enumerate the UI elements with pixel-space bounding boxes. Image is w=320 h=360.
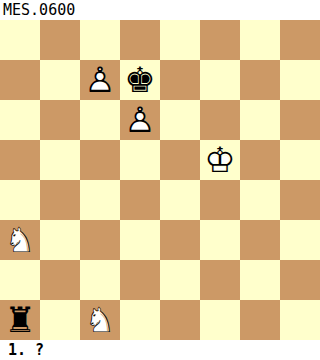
square-d1[interactable] <box>120 300 160 340</box>
square-b2[interactable] <box>40 260 80 300</box>
square-a5[interactable] <box>0 140 40 180</box>
square-e5[interactable] <box>160 140 200 180</box>
square-h8[interactable] <box>280 20 320 60</box>
square-e1[interactable] <box>160 300 200 340</box>
square-a1[interactable]: ♜ <box>0 300 40 340</box>
square-d4[interactable] <box>120 180 160 220</box>
white-knight[interactable]: ♘ <box>0 220 40 260</box>
square-b4[interactable] <box>40 180 80 220</box>
white-pawn[interactable]: ♙ <box>120 100 160 140</box>
chess-board: ♟♙♚♟♙♚♔♞♘♜♞♘ <box>0 20 320 340</box>
square-d8[interactable] <box>120 20 160 60</box>
square-h6[interactable] <box>280 100 320 140</box>
square-c1[interactable]: ♞♘ <box>80 300 120 340</box>
square-c4[interactable] <box>80 180 120 220</box>
square-a4[interactable] <box>0 180 40 220</box>
page-title: MES.0600 <box>3 1 75 19</box>
square-b7[interactable] <box>40 60 80 100</box>
square-c6[interactable] <box>80 100 120 140</box>
square-d2[interactable] <box>120 260 160 300</box>
square-h3[interactable] <box>280 220 320 260</box>
square-g5[interactable] <box>240 140 280 180</box>
square-f2[interactable] <box>200 260 240 300</box>
square-d3[interactable] <box>120 220 160 260</box>
white-knight-fill: ♞ <box>80 300 120 340</box>
square-f4[interactable] <box>200 180 240 220</box>
square-e3[interactable] <box>160 220 200 260</box>
square-g8[interactable] <box>240 20 280 60</box>
white-king[interactable]: ♔ <box>200 140 240 180</box>
black-rook[interactable]: ♜ <box>0 300 40 340</box>
square-h2[interactable] <box>280 260 320 300</box>
square-e6[interactable] <box>160 100 200 140</box>
square-f3[interactable] <box>200 220 240 260</box>
square-e7[interactable] <box>160 60 200 100</box>
square-a8[interactable] <box>0 20 40 60</box>
square-h7[interactable] <box>280 60 320 100</box>
square-g6[interactable] <box>240 100 280 140</box>
square-a7[interactable] <box>0 60 40 100</box>
square-d5[interactable] <box>120 140 160 180</box>
square-c8[interactable] <box>80 20 120 60</box>
white-pawn-fill: ♟ <box>80 60 120 100</box>
square-c2[interactable] <box>80 260 120 300</box>
square-g3[interactable] <box>240 220 280 260</box>
white-pawn[interactable]: ♙ <box>80 60 120 100</box>
square-f7[interactable] <box>200 60 240 100</box>
square-a3[interactable]: ♞♘ <box>0 220 40 260</box>
white-pawn-fill: ♟ <box>120 100 160 140</box>
square-g2[interactable] <box>240 260 280 300</box>
square-f1[interactable] <box>200 300 240 340</box>
square-a6[interactable] <box>0 100 40 140</box>
square-b3[interactable] <box>40 220 80 260</box>
square-h1[interactable] <box>280 300 320 340</box>
square-e4[interactable] <box>160 180 200 220</box>
square-h5[interactable] <box>280 140 320 180</box>
square-h4[interactable] <box>280 180 320 220</box>
square-d7[interactable]: ♚ <box>120 60 160 100</box>
square-a2[interactable] <box>0 260 40 300</box>
white-knight[interactable]: ♘ <box>80 300 120 340</box>
square-b5[interactable] <box>40 140 80 180</box>
header-bar: MES.0600 <box>0 0 320 20</box>
square-f8[interactable] <box>200 20 240 60</box>
square-f5[interactable]: ♚♔ <box>200 140 240 180</box>
square-g1[interactable] <box>240 300 280 340</box>
square-d6[interactable]: ♟♙ <box>120 100 160 140</box>
square-f6[interactable] <box>200 100 240 140</box>
square-b8[interactable] <box>40 20 80 60</box>
square-c3[interactable] <box>80 220 120 260</box>
white-knight-fill: ♞ <box>0 220 40 260</box>
square-g7[interactable] <box>240 60 280 100</box>
move-prompt: 1. ? <box>8 341 44 359</box>
white-king-fill: ♚ <box>200 140 240 180</box>
square-b6[interactable] <box>40 100 80 140</box>
square-g4[interactable] <box>240 180 280 220</box>
square-c5[interactable] <box>80 140 120 180</box>
square-e2[interactable] <box>160 260 200 300</box>
square-e8[interactable] <box>160 20 200 60</box>
caption-bar: 1. ? <box>0 340 320 360</box>
square-c7[interactable]: ♟♙ <box>80 60 120 100</box>
black-king[interactable]: ♚ <box>120 60 160 100</box>
square-b1[interactable] <box>40 300 80 340</box>
